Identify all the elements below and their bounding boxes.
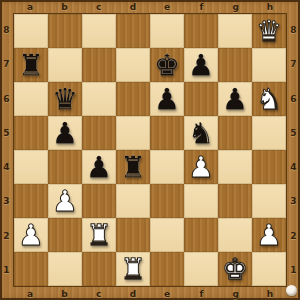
square-c4[interactable]: ♟ — [82, 150, 116, 184]
rank-label-7: 7 — [287, 47, 300, 81]
rank-label-5: 5 — [0, 116, 13, 150]
square-a1[interactable] — [14, 252, 48, 286]
square-d1[interactable]: ♜ — [116, 252, 150, 286]
square-g1[interactable]: ♚ — [218, 252, 252, 286]
square-c2[interactable]: ♜ — [82, 218, 116, 252]
square-g2[interactable] — [218, 218, 252, 252]
square-d4[interactable]: ♜ — [116, 150, 150, 184]
rank-labels-right: 87654321 — [287, 13, 300, 287]
square-e5[interactable] — [150, 116, 184, 150]
square-h7[interactable] — [252, 48, 286, 82]
square-a7[interactable]: ♜ — [14, 48, 48, 82]
rank-label-6: 6 — [287, 82, 300, 116]
square-f8[interactable] — [184, 14, 218, 48]
rank-labels-left: 87654321 — [0, 13, 13, 287]
file-label-e: e — [150, 0, 184, 13]
piece-white-pawn[interactable]: ♟ — [188, 150, 214, 184]
square-d6[interactable] — [116, 82, 150, 116]
piece-white-pawn[interactable]: ♟ — [256, 218, 282, 252]
piece-black-rook[interactable]: ♜ — [120, 150, 146, 184]
square-b7[interactable] — [48, 48, 82, 82]
rank-label-1: 1 — [287, 253, 300, 287]
square-a6[interactable] — [14, 82, 48, 116]
square-e3[interactable] — [150, 184, 184, 218]
square-c6[interactable] — [82, 82, 116, 116]
file-label-a: a — [13, 287, 47, 300]
file-label-b: b — [47, 0, 81, 13]
square-b6[interactable]: ♛ — [48, 82, 82, 116]
square-d3[interactable] — [116, 184, 150, 218]
square-a4[interactable] — [14, 150, 48, 184]
piece-black-queen[interactable]: ♛ — [52, 82, 78, 116]
file-label-g: g — [219, 287, 253, 300]
square-f6[interactable] — [184, 82, 218, 116]
square-f2[interactable] — [184, 218, 218, 252]
square-h8[interactable]: ♛ — [252, 14, 286, 48]
square-d7[interactable] — [116, 48, 150, 82]
chess-board: abcdefgh abcdefgh 87654321 87654321 ♛♜♚♟… — [0, 0, 300, 300]
file-label-e: e — [150, 287, 184, 300]
piece-black-knight[interactable]: ♞ — [188, 116, 214, 150]
square-a2[interactable]: ♟ — [14, 218, 48, 252]
square-e2[interactable] — [150, 218, 184, 252]
square-f4[interactable]: ♟ — [184, 150, 218, 184]
piece-white-pawn[interactable]: ♟ — [18, 218, 44, 252]
board-grid: ♛♜♚♟♛♟♟♞♟♞♟♜♟♟♟♜♟♜♚ — [13, 13, 287, 287]
square-h6[interactable]: ♞ — [252, 82, 286, 116]
square-c7[interactable] — [82, 48, 116, 82]
square-g5[interactable] — [218, 116, 252, 150]
square-e7[interactable]: ♚ — [150, 48, 184, 82]
rank-label-7: 7 — [0, 47, 13, 81]
file-label-d: d — [116, 287, 150, 300]
white-to-move-indicator — [286, 285, 297, 296]
rank-label-3: 3 — [0, 184, 13, 218]
rank-label-4: 4 — [0, 150, 13, 184]
square-a5[interactable] — [14, 116, 48, 150]
file-label-f: f — [184, 287, 218, 300]
square-d8[interactable] — [116, 14, 150, 48]
file-label-b: b — [47, 287, 81, 300]
rank-label-4: 4 — [287, 150, 300, 184]
piece-black-pawn[interactable]: ♟ — [222, 82, 248, 116]
rank-label-6: 6 — [0, 82, 13, 116]
file-label-d: d — [116, 0, 150, 13]
square-h5[interactable] — [252, 116, 286, 150]
square-h3[interactable] — [252, 184, 286, 218]
rank-label-3: 3 — [287, 184, 300, 218]
file-label-a: a — [13, 0, 47, 13]
square-b1[interactable] — [48, 252, 82, 286]
piece-white-rook[interactable]: ♜ — [120, 252, 146, 286]
square-d5[interactable] — [116, 116, 150, 150]
square-f3[interactable] — [184, 184, 218, 218]
square-b8[interactable] — [48, 14, 82, 48]
square-b5[interactable]: ♟ — [48, 116, 82, 150]
piece-black-pawn[interactable]: ♟ — [52, 116, 78, 150]
square-e6[interactable]: ♟ — [150, 82, 184, 116]
rank-label-8: 8 — [287, 13, 300, 47]
file-label-c: c — [82, 0, 116, 13]
square-h1[interactable] — [252, 252, 286, 286]
rank-label-1: 1 — [0, 253, 13, 287]
file-label-h: h — [253, 0, 287, 13]
file-labels-top: abcdefgh — [13, 0, 287, 13]
square-a3[interactable] — [14, 184, 48, 218]
piece-black-rook[interactable]: ♜ — [18, 48, 44, 82]
file-label-h: h — [253, 287, 287, 300]
square-g3[interactable] — [218, 184, 252, 218]
square-g8[interactable] — [218, 14, 252, 48]
piece-white-pawn[interactable]: ♟ — [52, 184, 78, 218]
piece-black-pawn[interactable]: ♟ — [154, 82, 180, 116]
rank-label-2: 2 — [0, 219, 13, 253]
square-f7[interactable]: ♟ — [184, 48, 218, 82]
square-c5[interactable] — [82, 116, 116, 150]
file-label-f: f — [184, 0, 218, 13]
square-e8[interactable] — [150, 14, 184, 48]
square-g6[interactable]: ♟ — [218, 82, 252, 116]
square-c1[interactable] — [82, 252, 116, 286]
piece-white-knight[interactable]: ♞ — [256, 82, 282, 116]
file-label-g: g — [219, 0, 253, 13]
square-f5[interactable]: ♞ — [184, 116, 218, 150]
rank-label-5: 5 — [287, 116, 300, 150]
square-a8[interactable] — [14, 14, 48, 48]
square-h2[interactable]: ♟ — [252, 218, 286, 252]
piece-white-rook[interactable]: ♜ — [86, 218, 112, 252]
square-b4[interactable] — [48, 150, 82, 184]
square-g4[interactable] — [218, 150, 252, 184]
file-label-c: c — [82, 287, 116, 300]
rank-label-2: 2 — [287, 219, 300, 253]
square-b2[interactable] — [48, 218, 82, 252]
square-h4[interactable] — [252, 150, 286, 184]
square-c3[interactable] — [82, 184, 116, 218]
square-g7[interactable] — [218, 48, 252, 82]
square-f1[interactable] — [184, 252, 218, 286]
piece-black-king[interactable]: ♚ — [154, 48, 180, 82]
file-labels-bottom: abcdefgh — [13, 287, 287, 300]
piece-black-pawn[interactable]: ♟ — [86, 150, 112, 184]
square-e4[interactable] — [150, 150, 184, 184]
piece-white-queen[interactable]: ♛ — [256, 14, 282, 48]
piece-white-king[interactable]: ♚ — [222, 252, 248, 286]
rank-label-8: 8 — [0, 13, 13, 47]
piece-black-pawn[interactable]: ♟ — [188, 48, 214, 82]
square-d2[interactable] — [116, 218, 150, 252]
square-e1[interactable] — [150, 252, 184, 286]
square-c8[interactable] — [82, 14, 116, 48]
square-b3[interactable]: ♟ — [48, 184, 82, 218]
